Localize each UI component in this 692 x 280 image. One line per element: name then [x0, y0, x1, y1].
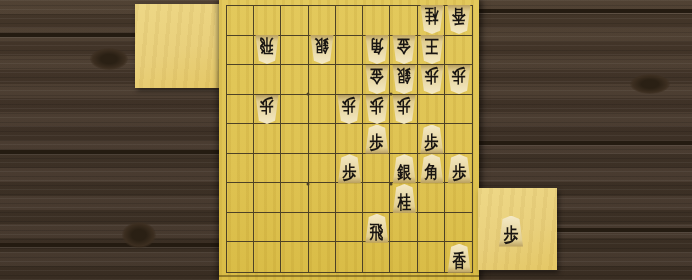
pawn-kanji: 歩 [260, 94, 274, 118]
square-7-9[interactable] [281, 242, 308, 272]
square-1-5[interactable] [445, 124, 472, 154]
square-9-7[interactable] [227, 183, 254, 213]
knight-kanji: 桂 [425, 5, 439, 29]
square-3-8[interactable] [390, 213, 417, 243]
wood-knot [122, 222, 156, 248]
square-6-4[interactable] [309, 95, 336, 125]
square-3-1[interactable] [390, 6, 417, 36]
square-9-5[interactable] [227, 124, 254, 154]
square-5-5[interactable] [336, 124, 363, 154]
square-8-6[interactable] [254, 154, 281, 184]
square-6-1[interactable] [309, 6, 336, 36]
silver-kanji: 銀 [315, 34, 329, 58]
square-6-6[interactable] [309, 154, 336, 184]
bishop-kanji: 角 [425, 160, 439, 184]
square-9-2[interactable] [227, 36, 254, 66]
square-1-4[interactable] [445, 95, 472, 125]
square-9-8[interactable] [227, 213, 254, 243]
rook-kanji: 飛 [370, 220, 384, 244]
gold-kanji: 金 [397, 34, 411, 58]
square-9-9[interactable] [227, 242, 254, 272]
king-kanji: 王 [425, 34, 439, 58]
plank-seam [0, 243, 219, 247]
square-2-7[interactable] [418, 183, 445, 213]
square-6-9[interactable] [309, 242, 336, 272]
square-4-9[interactable] [363, 242, 390, 272]
square-4-6[interactable] [363, 154, 390, 184]
square-6-8[interactable] [309, 213, 336, 243]
square-2-4[interactable] [418, 95, 445, 125]
plank-seam [0, 150, 219, 154]
square-4-7[interactable] [363, 183, 390, 213]
pawn-kanji: 歩 [397, 94, 411, 118]
plank-seam [479, 141, 692, 145]
pawn-kanji: 歩 [452, 160, 466, 184]
pawn-kanji: 歩 [425, 130, 439, 154]
wood-knot [90, 48, 128, 70]
square-2-8[interactable] [418, 213, 445, 243]
bishop-kanji: 角 [370, 34, 384, 58]
square-5-8[interactable] [336, 213, 363, 243]
square-7-3[interactable] [281, 65, 308, 95]
square-7-5[interactable] [281, 124, 308, 154]
square-5-9[interactable] [336, 242, 363, 272]
wood-knot [630, 74, 670, 94]
hoshi-star-point [307, 93, 310, 96]
hoshi-star-point [389, 93, 392, 96]
silver-kanji: 銀 [397, 64, 411, 88]
square-2-9[interactable] [418, 242, 445, 272]
knight-kanji: 桂 [397, 190, 411, 214]
pawn-kanji: 歩 [425, 64, 439, 88]
square-8-9[interactable] [254, 242, 281, 272]
square-8-7[interactable] [254, 183, 281, 213]
square-8-8[interactable] [254, 213, 281, 243]
lance-kanji: 香 [452, 249, 466, 273]
square-7-7[interactable] [281, 183, 308, 213]
pawn-kanji: 歩 [343, 160, 357, 184]
square-1-2[interactable] [445, 36, 472, 66]
square-5-7[interactable] [336, 183, 363, 213]
pawn-kanji: 歩 [370, 94, 384, 118]
square-9-6[interactable] [227, 154, 254, 184]
square-7-4[interactable] [281, 95, 308, 125]
pawn-kanji: 歩 [343, 94, 357, 118]
square-9-4[interactable] [227, 95, 254, 125]
square-7-2[interactable] [281, 36, 308, 66]
square-6-3[interactable] [309, 65, 336, 95]
pawn-kanji: 歩 [452, 64, 466, 88]
silver-kanji: 銀 [397, 160, 411, 184]
square-3-5[interactable] [390, 124, 417, 154]
square-5-1[interactable] [336, 6, 363, 36]
square-1-8[interactable] [445, 213, 472, 243]
square-8-1[interactable] [254, 6, 281, 36]
square-1-7[interactable] [445, 183, 472, 213]
pawn-kanji: 歩 [370, 130, 384, 154]
square-7-8[interactable] [281, 213, 308, 243]
square-6-5[interactable] [309, 124, 336, 154]
plank-seam [479, 9, 692, 13]
square-9-1[interactable] [227, 6, 254, 36]
square-8-5[interactable] [254, 124, 281, 154]
square-7-1[interactable] [281, 6, 308, 36]
square-9-3[interactable] [227, 65, 254, 95]
pawn-kanji: 歩 [504, 222, 519, 247]
hoshi-star-point [307, 182, 310, 185]
white-komadai-stand [135, 4, 219, 88]
square-6-7[interactable] [309, 183, 336, 213]
square-5-2[interactable] [336, 36, 363, 66]
square-3-9[interactable] [390, 242, 417, 272]
square-8-3[interactable] [254, 65, 281, 95]
board-edge [219, 275, 479, 277]
square-5-3[interactable] [336, 65, 363, 95]
square-7-6[interactable] [281, 154, 308, 184]
lance-kanji: 香 [452, 5, 466, 29]
hoshi-star-point [389, 182, 392, 185]
square-4-1[interactable] [363, 6, 390, 36]
rook-kanji: 飛 [260, 34, 274, 58]
gold-kanji: 金 [370, 64, 384, 88]
